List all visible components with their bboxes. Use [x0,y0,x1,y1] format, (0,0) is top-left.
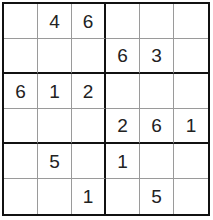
given-cell-r3c1[interactable]: 6 [4,74,38,109]
empty-cell-r2c1[interactable] [4,39,38,74]
given-cell-r5c4[interactable]: 1 [106,144,140,179]
empty-cell-r2c2[interactable] [38,39,72,74]
given-cell-r2c4[interactable]: 6 [106,39,140,74]
empty-cell-r1c6[interactable] [174,4,208,39]
empty-cell-r4c2[interactable] [38,109,72,144]
empty-cell-r6c6[interactable] [174,179,208,214]
empty-cell-r2c3[interactable] [72,39,106,74]
empty-cell-r3c4[interactable] [106,74,140,109]
empty-cell-r3c5[interactable] [140,74,174,109]
given-cell-r4c4[interactable]: 2 [106,109,140,144]
empty-cell-r6c2[interactable] [38,179,72,214]
empty-cell-r6c1[interactable] [4,179,38,214]
empty-cell-r5c3[interactable] [72,144,106,179]
sudoku-board: 46636122615115 [2,2,210,216]
given-cell-r6c5[interactable]: 5 [140,179,174,214]
empty-cell-r3c6[interactable] [174,74,208,109]
given-cell-r2c5[interactable]: 3 [140,39,174,74]
given-cell-r1c3[interactable]: 6 [72,4,106,39]
given-cell-r3c2[interactable]: 1 [38,74,72,109]
empty-cell-r5c1[interactable] [4,144,38,179]
given-cell-r6c3[interactable]: 1 [72,179,106,214]
given-cell-r1c2[interactable]: 4 [38,4,72,39]
empty-cell-r1c4[interactable] [106,4,140,39]
given-cell-r4c5[interactable]: 6 [140,109,174,144]
empty-cell-r1c5[interactable] [140,4,174,39]
given-cell-r4c6[interactable]: 1 [174,109,208,144]
empty-cell-r2c6[interactable] [174,39,208,74]
empty-cell-r4c1[interactable] [4,109,38,144]
empty-cell-r6c4[interactable] [106,179,140,214]
empty-cell-r5c6[interactable] [174,144,208,179]
given-cell-r5c2[interactable]: 5 [38,144,72,179]
empty-cell-r4c3[interactable] [72,109,106,144]
empty-cell-r1c1[interactable] [4,4,38,39]
given-cell-r3c3[interactable]: 2 [72,74,106,109]
empty-cell-r5c5[interactable] [140,144,174,179]
